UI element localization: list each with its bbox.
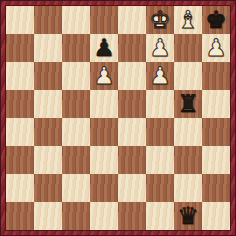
square-a3[interactable] [6,146,34,174]
square-f7[interactable]: ♟ [146,34,174,62]
square-h2[interactable] [202,174,230,202]
square-e4[interactable] [118,118,146,146]
square-d7[interactable]: ♟ [90,34,118,62]
square-d1[interactable] [90,202,118,230]
square-f1[interactable] [146,202,174,230]
square-h5[interactable] [202,90,230,118]
square-a2[interactable] [6,174,34,202]
square-e8[interactable] [118,6,146,34]
square-g4[interactable] [174,118,202,146]
square-d2[interactable] [90,174,118,202]
square-g6[interactable] [174,62,202,90]
square-a8[interactable] [6,6,34,34]
white-pawn[interactable]: ♟ [93,62,115,90]
square-b8[interactable] [34,6,62,34]
white-bishop[interactable]: ♝ [177,6,199,34]
square-f3[interactable] [146,146,174,174]
square-h6[interactable] [202,62,230,90]
square-b7[interactable] [34,34,62,62]
square-h1[interactable] [202,202,230,230]
square-h3[interactable] [202,146,230,174]
square-a5[interactable] [6,90,34,118]
square-c8[interactable] [62,6,90,34]
black-pawn[interactable]: ♟ [93,34,115,62]
board-frame: ♚♝♚♟♟♟♟♟♜♛ [0,0,236,236]
square-e2[interactable] [118,174,146,202]
black-king[interactable]: ♚ [205,6,227,34]
square-f6[interactable]: ♟ [146,62,174,90]
square-c7[interactable] [62,34,90,62]
square-h4[interactable] [202,118,230,146]
square-g2[interactable] [174,174,202,202]
square-f5[interactable] [146,90,174,118]
square-g8[interactable]: ♝ [174,6,202,34]
square-f2[interactable] [146,174,174,202]
black-rook[interactable]: ♜ [177,90,199,118]
square-c5[interactable] [62,90,90,118]
square-e5[interactable] [118,90,146,118]
chess-board: ♚♝♚♟♟♟♟♟♜♛ [6,6,230,230]
square-b4[interactable] [34,118,62,146]
square-h7[interactable]: ♟ [202,34,230,62]
square-g7[interactable] [174,34,202,62]
square-b1[interactable] [34,202,62,230]
square-e7[interactable] [118,34,146,62]
square-d5[interactable] [90,90,118,118]
square-a4[interactable] [6,118,34,146]
square-d4[interactable] [90,118,118,146]
square-e6[interactable] [118,62,146,90]
white-king[interactable]: ♚ [149,6,171,34]
square-c1[interactable] [62,202,90,230]
square-a1[interactable] [6,202,34,230]
square-c4[interactable] [62,118,90,146]
square-h8[interactable]: ♚ [202,6,230,34]
square-b3[interactable] [34,146,62,174]
square-d3[interactable] [90,146,118,174]
square-e1[interactable] [118,202,146,230]
square-g5[interactable]: ♜ [174,90,202,118]
square-b5[interactable] [34,90,62,118]
square-b2[interactable] [34,174,62,202]
square-f4[interactable] [146,118,174,146]
square-g1[interactable]: ♛ [174,202,202,230]
square-c2[interactable] [62,174,90,202]
white-pawn[interactable]: ♟ [149,62,171,90]
square-b6[interactable] [34,62,62,90]
white-pawn[interactable]: ♟ [149,34,171,62]
square-d8[interactable] [90,6,118,34]
square-d6[interactable]: ♟ [90,62,118,90]
square-a7[interactable] [6,34,34,62]
square-e3[interactable] [118,146,146,174]
square-f8[interactable]: ♚ [146,6,174,34]
square-c6[interactable] [62,62,90,90]
square-c3[interactable] [62,146,90,174]
square-a6[interactable] [6,62,34,90]
white-pawn[interactable]: ♟ [205,34,227,62]
square-g3[interactable] [174,146,202,174]
black-queen[interactable]: ♛ [177,202,199,230]
